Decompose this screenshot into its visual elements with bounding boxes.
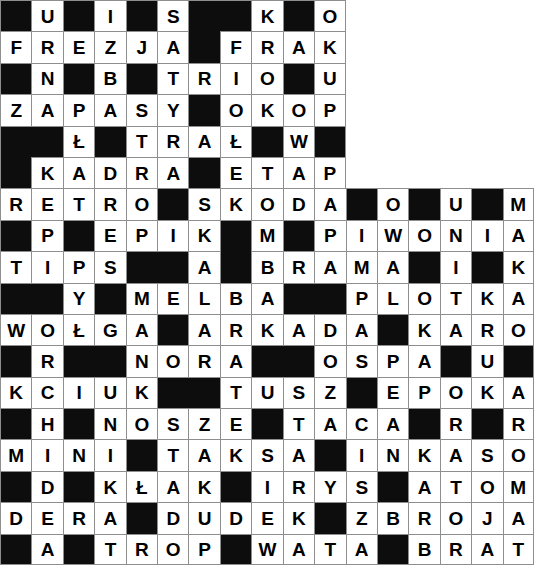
letter-cell-r9c9[interactable]: B bbox=[251, 251, 282, 282]
letter-cell-r2c11[interactable]: K bbox=[314, 31, 345, 62]
letter-cell-r15c8[interactable]: K bbox=[220, 439, 251, 470]
letter-cell-r13c13[interactable]: E bbox=[377, 377, 408, 408]
letter-cell-r10c5[interactable]: M bbox=[126, 283, 157, 314]
letter-cell-r11c4[interactable]: G bbox=[94, 314, 125, 345]
void-cell-r1c17 bbox=[503, 0, 534, 31]
letter-cell-r14c5[interactable]: O bbox=[126, 408, 157, 439]
letter-cell-r13c17[interactable]: A bbox=[503, 377, 534, 408]
letter-cell-r8c15[interactable]: N bbox=[440, 220, 471, 251]
black-cell-r15c5 bbox=[126, 439, 157, 470]
letter-cell-r9c4[interactable]: S bbox=[94, 251, 125, 282]
letter-cell-r16c11[interactable]: Y bbox=[314, 471, 345, 502]
void-cell-r1c12 bbox=[346, 0, 377, 31]
void-cell-r6c17 bbox=[503, 157, 534, 188]
black-cell-r18c13 bbox=[377, 534, 408, 565]
letter-cell-r18c5[interactable]: R bbox=[126, 534, 157, 565]
letter-cell-r11c5[interactable]: A bbox=[126, 314, 157, 345]
letter-cell-r11c10[interactable]: A bbox=[283, 314, 314, 345]
letter-cell-r1c4[interactable]: I bbox=[94, 0, 125, 31]
letter-cell-r14c6[interactable]: S bbox=[157, 408, 188, 439]
letter-cell-r13c4[interactable]: U bbox=[94, 377, 125, 408]
black-cell-r11c13 bbox=[377, 314, 408, 345]
letter-cell-r8c9[interactable]: M bbox=[251, 220, 282, 251]
letter-cell-r18c6[interactable]: O bbox=[157, 534, 188, 565]
letter-cell-r13c9[interactable]: U bbox=[251, 377, 282, 408]
letter-cell-r5c6[interactable]: R bbox=[157, 126, 188, 157]
letter-cell-r6c8[interactable]: E bbox=[220, 157, 251, 188]
letter-cell-r12c2[interactable]: R bbox=[31, 345, 62, 376]
letter-cell-r18c16[interactable]: A bbox=[471, 534, 502, 565]
black-cell-r16c1 bbox=[0, 471, 31, 502]
letter-cell-r1c6[interactable]: S bbox=[157, 0, 188, 31]
black-cell-r12c10 bbox=[283, 345, 314, 376]
letter-cell-r17c15[interactable]: O bbox=[440, 502, 471, 533]
void-cell-r3c13 bbox=[377, 63, 408, 94]
letter-cell-r3c8[interactable]: I bbox=[220, 63, 251, 94]
void-cell-r1c14 bbox=[408, 0, 439, 31]
letter-cell-r14c7[interactable]: Z bbox=[188, 408, 219, 439]
letter-cell-r6c10[interactable]: A bbox=[283, 157, 314, 188]
black-cell-r1c7 bbox=[188, 0, 219, 31]
letter-cell-r17c3[interactable]: R bbox=[63, 502, 94, 533]
letter-cell-r7c15[interactable]: U bbox=[440, 188, 471, 219]
letter-cell-r12c16[interactable]: U bbox=[471, 345, 502, 376]
letter-cell-r2c9[interactable]: R bbox=[251, 31, 282, 62]
letter-cell-r9c1[interactable]: T bbox=[0, 251, 31, 282]
letter-cell-r8c5[interactable]: P bbox=[126, 220, 157, 251]
letter-cell-r18c10[interactable]: A bbox=[283, 534, 314, 565]
letter-cell-r16c17[interactable]: M bbox=[503, 471, 534, 502]
letter-cell-r7c17[interactable]: M bbox=[503, 188, 534, 219]
void-cell-r3c15 bbox=[440, 63, 471, 94]
letter-cell-r14c13[interactable]: A bbox=[377, 408, 408, 439]
letter-cell-r12c12[interactable]: S bbox=[346, 345, 377, 376]
letter-cell-r15c12[interactable]: I bbox=[346, 439, 377, 470]
black-cell-r1c1 bbox=[0, 0, 31, 31]
letter-cell-r17c14[interactable]: R bbox=[408, 502, 439, 533]
black-cell-r14c3 bbox=[63, 408, 94, 439]
letter-cell-r18c9[interactable]: W bbox=[251, 534, 282, 565]
letter-cell-r16c9[interactable]: I bbox=[251, 471, 282, 502]
void-cell-r5c12 bbox=[346, 126, 377, 157]
black-cell-r10c4 bbox=[94, 283, 125, 314]
letter-cell-r18c2[interactable]: A bbox=[31, 534, 62, 565]
black-cell-r5c1 bbox=[0, 126, 31, 157]
void-cell-r1c13 bbox=[377, 0, 408, 31]
letter-cell-r15c13[interactable]: N bbox=[377, 439, 408, 470]
letter-cell-r6c6[interactable]: A bbox=[157, 157, 188, 188]
letter-cell-r14c8[interactable]: E bbox=[220, 408, 251, 439]
letter-cell-r4c3[interactable]: P bbox=[63, 94, 94, 125]
letter-cell-r17c9[interactable]: E bbox=[251, 502, 282, 533]
letter-cell-r9c2[interactable]: I bbox=[31, 251, 62, 282]
black-cell-r7c14 bbox=[408, 188, 439, 219]
letter-cell-r8c6[interactable]: I bbox=[157, 220, 188, 251]
letter-cell-r5c5[interactable]: T bbox=[126, 126, 157, 157]
letter-cell-r16c5[interactable]: Ł bbox=[126, 471, 157, 502]
letter-cell-r11c14[interactable]: K bbox=[408, 314, 439, 345]
black-cell-r9c5 bbox=[126, 251, 157, 282]
letter-cell-r4c10[interactable]: O bbox=[283, 94, 314, 125]
letter-cell-r13c16[interactable]: K bbox=[471, 377, 502, 408]
letter-cell-r1c9[interactable]: K bbox=[251, 0, 282, 31]
letter-cell-r18c15[interactable]: R bbox=[440, 534, 471, 565]
black-cell-r7c16 bbox=[471, 188, 502, 219]
letter-cell-r6c3[interactable]: A bbox=[63, 157, 94, 188]
letter-cell-r13c14[interactable]: P bbox=[408, 377, 439, 408]
letter-cell-r3c7[interactable]: R bbox=[188, 63, 219, 94]
letter-cell-r12c5[interactable]: N bbox=[126, 345, 157, 376]
letter-cell-r9c3[interactable]: P bbox=[63, 251, 94, 282]
letter-cell-r4c5[interactable]: S bbox=[126, 94, 157, 125]
black-cell-r16c3 bbox=[63, 471, 94, 502]
letter-cell-r12c8[interactable]: A bbox=[220, 345, 251, 376]
letter-cell-r11c1[interactable]: W bbox=[0, 314, 31, 345]
letter-cell-r2c1[interactable]: F bbox=[0, 31, 31, 62]
letter-cell-r14c11[interactable]: A bbox=[314, 408, 345, 439]
letter-cell-r15c2[interactable]: I bbox=[31, 439, 62, 470]
black-cell-r3c10 bbox=[283, 63, 314, 94]
letter-cell-r14c12[interactable]: C bbox=[346, 408, 377, 439]
letter-cell-r7c1[interactable]: R bbox=[0, 188, 31, 219]
black-cell-r10c2 bbox=[31, 283, 62, 314]
letter-cell-r15c4[interactable]: I bbox=[94, 439, 125, 470]
void-cell-r4c14 bbox=[408, 94, 439, 125]
letter-cell-r6c4[interactable]: D bbox=[94, 157, 125, 188]
letter-cell-r11c12[interactable]: A bbox=[346, 314, 377, 345]
letter-cell-r9c13[interactable]: A bbox=[377, 251, 408, 282]
letter-cell-r11c9[interactable]: K bbox=[251, 314, 282, 345]
letter-cell-r12c11[interactable]: O bbox=[314, 345, 345, 376]
black-cell-r8c1 bbox=[0, 220, 31, 251]
letter-cell-r12c7[interactable]: R bbox=[188, 345, 219, 376]
letter-cell-r7c3[interactable]: T bbox=[63, 188, 94, 219]
letter-cell-r4c9[interactable]: K bbox=[251, 94, 282, 125]
letter-cell-r15c1[interactable]: M bbox=[0, 439, 31, 470]
black-cell-r13c12 bbox=[346, 377, 377, 408]
letter-cell-r9c11[interactable]: A bbox=[314, 251, 345, 282]
black-cell-r8c10 bbox=[283, 220, 314, 251]
black-cell-r6c1 bbox=[0, 157, 31, 188]
letter-cell-r15c6[interactable]: T bbox=[157, 439, 188, 470]
black-cell-r1c10 bbox=[283, 0, 314, 31]
void-cell-r2c16 bbox=[471, 31, 502, 62]
black-cell-r2c7 bbox=[188, 31, 219, 62]
letter-cell-r10c9[interactable]: A bbox=[251, 283, 282, 314]
letter-cell-r7c10[interactable]: D bbox=[283, 188, 314, 219]
black-cell-r14c14 bbox=[408, 408, 439, 439]
letter-cell-r15c3[interactable]: N bbox=[63, 439, 94, 470]
letter-cell-r2c6[interactable]: A bbox=[157, 31, 188, 62]
void-cell-r3c12 bbox=[346, 63, 377, 94]
letter-cell-r11c8[interactable]: R bbox=[220, 314, 251, 345]
black-cell-r9c14 bbox=[408, 251, 439, 282]
letter-cell-r17c16[interactable]: J bbox=[471, 502, 502, 533]
black-cell-r5c4 bbox=[94, 126, 125, 157]
letter-cell-r13c5[interactable]: K bbox=[126, 377, 157, 408]
letter-cell-r13c1[interactable]: K bbox=[0, 377, 31, 408]
letter-cell-r18c7[interactable]: P bbox=[188, 534, 219, 565]
void-cell-r5c13 bbox=[377, 126, 408, 157]
letter-cell-r7c13[interactable]: O bbox=[377, 188, 408, 219]
letter-cell-r18c17[interactable]: T bbox=[503, 534, 534, 565]
letter-cell-r15c9[interactable]: S bbox=[251, 439, 282, 470]
letter-cell-r7c7[interactable]: S bbox=[188, 188, 219, 219]
black-cell-r1c3 bbox=[63, 0, 94, 31]
letter-cell-r16c7[interactable]: K bbox=[188, 471, 219, 502]
letter-cell-r12c14[interactable]: A bbox=[408, 345, 439, 376]
letter-cell-r8c2[interactable]: P bbox=[31, 220, 62, 251]
letter-cell-r11c2[interactable]: O bbox=[31, 314, 62, 345]
void-cell-r6c13 bbox=[377, 157, 408, 188]
letter-cell-r7c8[interactable]: K bbox=[220, 188, 251, 219]
letter-cell-r5c7[interactable]: A bbox=[188, 126, 219, 157]
black-cell-r16c8 bbox=[220, 471, 251, 502]
letter-cell-r2c2[interactable]: R bbox=[31, 31, 62, 62]
letter-cell-r7c2[interactable]: E bbox=[31, 188, 62, 219]
letter-cell-r18c11[interactable]: T bbox=[314, 534, 345, 565]
letter-cell-r17c8[interactable]: D bbox=[220, 502, 251, 533]
letter-cell-r14c4[interactable]: N bbox=[94, 408, 125, 439]
letter-cell-r13c11[interactable]: Z bbox=[314, 377, 345, 408]
letter-cell-r16c16[interactable]: O bbox=[471, 471, 502, 502]
letter-cell-r11c17[interactable]: O bbox=[503, 314, 534, 345]
black-cell-r12c17 bbox=[503, 345, 534, 376]
black-cell-r10c11 bbox=[314, 283, 345, 314]
black-cell-r18c1 bbox=[0, 534, 31, 565]
void-cell-r4c15 bbox=[440, 94, 471, 125]
black-cell-r18c3 bbox=[63, 534, 94, 565]
void-cell-r4c13 bbox=[377, 94, 408, 125]
letter-cell-r7c4[interactable]: R bbox=[94, 188, 125, 219]
letter-cell-r5c8[interactable]: Ł bbox=[220, 126, 251, 157]
black-cell-r9c6 bbox=[157, 251, 188, 282]
void-cell-r2c15 bbox=[440, 31, 471, 62]
black-cell-r6c7 bbox=[188, 157, 219, 188]
letter-cell-r8c4[interactable]: E bbox=[94, 220, 125, 251]
letter-cell-r2c5[interactable]: J bbox=[126, 31, 157, 62]
black-cell-r8c3 bbox=[63, 220, 94, 251]
letter-cell-r15c17[interactable]: O bbox=[503, 439, 534, 470]
letter-cell-r10c17[interactable]: A bbox=[503, 283, 534, 314]
letter-cell-r2c8[interactable]: F bbox=[220, 31, 251, 62]
letter-cell-r6c2[interactable]: K bbox=[31, 157, 62, 188]
letter-cell-r10c3[interactable]: Y bbox=[63, 283, 94, 314]
letter-cell-r8c16[interactable]: I bbox=[471, 220, 502, 251]
letter-cell-r11c16[interactable]: R bbox=[471, 314, 502, 345]
letter-cell-r16c12[interactable]: S bbox=[346, 471, 377, 502]
letter-cell-r16c15[interactable]: T bbox=[440, 471, 471, 502]
black-cell-r10c10 bbox=[283, 283, 314, 314]
black-cell-r12c4 bbox=[94, 345, 125, 376]
letter-cell-r10c13[interactable]: L bbox=[377, 283, 408, 314]
letter-cell-r2c3[interactable]: E bbox=[63, 31, 94, 62]
black-cell-r9c8 bbox=[220, 251, 251, 282]
letter-cell-r15c15[interactable]: A bbox=[440, 439, 471, 470]
black-cell-r14c9 bbox=[251, 408, 282, 439]
letter-cell-r11c7[interactable]: A bbox=[188, 314, 219, 345]
letter-cell-r8c12[interactable]: I bbox=[346, 220, 377, 251]
letter-cell-r3c9[interactable]: O bbox=[251, 63, 282, 94]
letter-cell-r6c9[interactable]: T bbox=[251, 157, 282, 188]
letter-cell-r18c12[interactable]: A bbox=[346, 534, 377, 565]
letter-cell-r8c7[interactable]: K bbox=[188, 220, 219, 251]
letter-cell-r11c15[interactable]: A bbox=[440, 314, 471, 345]
letter-cell-r16c4[interactable]: K bbox=[94, 471, 125, 502]
letter-cell-r3c11[interactable]: U bbox=[314, 63, 345, 94]
letter-cell-r17c17[interactable]: A bbox=[503, 502, 534, 533]
letter-cell-r10c7[interactable]: L bbox=[188, 283, 219, 314]
letter-cell-r3c4[interactable]: B bbox=[94, 63, 125, 94]
black-cell-r5c9 bbox=[251, 126, 282, 157]
letter-cell-r4c11[interactable]: P bbox=[314, 94, 345, 125]
letter-cell-r9c10[interactable]: R bbox=[283, 251, 314, 282]
letter-cell-r17c4[interactable]: A bbox=[94, 502, 125, 533]
letter-cell-r15c14[interactable]: K bbox=[408, 439, 439, 470]
letter-cell-r16c14[interactable]: A bbox=[408, 471, 439, 502]
black-cell-r3c1 bbox=[0, 63, 31, 94]
letter-cell-r15c10[interactable]: A bbox=[283, 439, 314, 470]
letter-cell-r3c2[interactable]: N bbox=[31, 63, 62, 94]
letter-cell-r10c12[interactable]: P bbox=[346, 283, 377, 314]
letter-cell-r2c4[interactable]: Z bbox=[94, 31, 125, 62]
letter-cell-r9c17[interactable]: K bbox=[503, 251, 534, 282]
crossword-grid: UISKOFREZJAFRAKNBTRIOUZAPASYOKOPŁTRAŁWKA… bbox=[0, 0, 534, 565]
letter-cell-r5c3[interactable]: Ł bbox=[63, 126, 94, 157]
black-cell-r9c16 bbox=[471, 251, 502, 282]
black-cell-r12c9 bbox=[251, 345, 282, 376]
letter-cell-r13c8[interactable]: T bbox=[220, 377, 251, 408]
black-cell-r14c16 bbox=[471, 408, 502, 439]
letter-cell-r17c1[interactable]: D bbox=[0, 502, 31, 533]
letter-cell-r4c6[interactable]: Y bbox=[157, 94, 188, 125]
black-cell-r3c3 bbox=[63, 63, 94, 94]
letter-cell-r17c12[interactable]: Z bbox=[346, 502, 377, 533]
black-cell-r8c8 bbox=[220, 220, 251, 251]
void-cell-r1c16 bbox=[471, 0, 502, 31]
void-cell-r4c17 bbox=[503, 94, 534, 125]
letter-cell-r16c10[interactable]: R bbox=[283, 471, 314, 502]
letter-cell-r7c9[interactable]: O bbox=[251, 188, 282, 219]
letter-cell-r11c11[interactable]: D bbox=[314, 314, 345, 345]
letter-cell-r3c6[interactable]: T bbox=[157, 63, 188, 94]
letter-cell-r10c6[interactable]: E bbox=[157, 283, 188, 314]
letter-cell-r1c2[interactable]: U bbox=[31, 0, 62, 31]
letter-cell-r8c11[interactable]: P bbox=[314, 220, 345, 251]
letter-cell-r7c11[interactable]: A bbox=[314, 188, 345, 219]
letter-cell-r8c13[interactable]: W bbox=[377, 220, 408, 251]
void-cell-r6c16 bbox=[471, 157, 502, 188]
letter-cell-r17c6[interactable]: D bbox=[157, 502, 188, 533]
letter-cell-r17c10[interactable]: K bbox=[283, 502, 314, 533]
void-cell-r5c15 bbox=[440, 126, 471, 157]
void-cell-r3c16 bbox=[471, 63, 502, 94]
letter-cell-r13c15[interactable]: O bbox=[440, 377, 471, 408]
letter-cell-r17c2[interactable]: E bbox=[31, 502, 62, 533]
void-cell-r5c17 bbox=[503, 126, 534, 157]
letter-cell-r15c16[interactable]: S bbox=[471, 439, 502, 470]
letter-cell-r13c10[interactable]: S bbox=[283, 377, 314, 408]
black-cell-r3c5 bbox=[126, 63, 157, 94]
black-cell-r18c8 bbox=[220, 534, 251, 565]
letter-cell-r7c5[interactable]: O bbox=[126, 188, 157, 219]
black-cell-r13c6 bbox=[157, 377, 188, 408]
letter-cell-r13c2[interactable]: C bbox=[31, 377, 62, 408]
letter-cell-r2c10[interactable]: A bbox=[283, 31, 314, 62]
letter-cell-r12c6[interactable]: O bbox=[157, 345, 188, 376]
letter-cell-r8c14[interactable]: O bbox=[408, 220, 439, 251]
black-cell-r17c5 bbox=[126, 502, 157, 533]
letter-cell-r6c5[interactable]: R bbox=[126, 157, 157, 188]
letter-cell-r14c10[interactable]: T bbox=[283, 408, 314, 439]
void-cell-r6c12 bbox=[346, 157, 377, 188]
letter-cell-r9c15[interactable]: I bbox=[440, 251, 471, 282]
letter-cell-r18c4[interactable]: T bbox=[94, 534, 125, 565]
letter-cell-r10c14[interactable]: O bbox=[408, 283, 439, 314]
void-cell-r2c17 bbox=[503, 31, 534, 62]
letter-cell-r14c2[interactable]: H bbox=[31, 408, 62, 439]
letter-cell-r14c15[interactable]: R bbox=[440, 408, 471, 439]
void-cell-r3c14 bbox=[408, 63, 439, 94]
letter-cell-r4c8[interactable]: O bbox=[220, 94, 251, 125]
black-cell-r7c12 bbox=[346, 188, 377, 219]
black-cell-r5c11 bbox=[314, 126, 345, 157]
letter-cell-r6c11[interactable]: P bbox=[314, 157, 345, 188]
black-cell-r5c2 bbox=[31, 126, 62, 157]
void-cell-r4c12 bbox=[346, 94, 377, 125]
void-cell-r1c15 bbox=[440, 0, 471, 31]
black-cell-r17c11 bbox=[314, 502, 345, 533]
letter-cell-r13c3[interactable]: I bbox=[63, 377, 94, 408]
void-cell-r5c14 bbox=[408, 126, 439, 157]
letter-cell-r4c2[interactable]: A bbox=[31, 94, 62, 125]
letter-cell-r14c17[interactable]: R bbox=[503, 408, 534, 439]
letter-cell-r15c7[interactable]: A bbox=[188, 439, 219, 470]
letter-cell-r10c16[interactable]: K bbox=[471, 283, 502, 314]
black-cell-r12c15 bbox=[440, 345, 471, 376]
letter-cell-r16c2[interactable]: D bbox=[31, 471, 62, 502]
void-cell-r2c14 bbox=[408, 31, 439, 62]
letter-cell-r16c6[interactable]: A bbox=[157, 471, 188, 502]
black-cell-r7c6 bbox=[157, 188, 188, 219]
letter-cell-r18c14[interactable]: B bbox=[408, 534, 439, 565]
letter-cell-r1c11[interactable]: O bbox=[314, 0, 345, 31]
letter-cell-r11c3[interactable]: Ł bbox=[63, 314, 94, 345]
void-cell-r3c17 bbox=[503, 63, 534, 94]
letter-cell-r10c8[interactable]: B bbox=[220, 283, 251, 314]
black-cell-r16c13 bbox=[377, 471, 408, 502]
black-cell-r13c7 bbox=[188, 377, 219, 408]
void-cell-r2c13 bbox=[377, 31, 408, 62]
letter-cell-r10c15[interactable]: T bbox=[440, 283, 471, 314]
void-cell-r5c16 bbox=[471, 126, 502, 157]
letter-cell-r5c10[interactable]: W bbox=[283, 126, 314, 157]
letter-cell-r17c13[interactable]: B bbox=[377, 502, 408, 533]
black-cell-r10c1 bbox=[0, 283, 31, 314]
letter-cell-r12c13[interactable]: P bbox=[377, 345, 408, 376]
black-cell-r4c7 bbox=[188, 94, 219, 125]
letter-cell-r4c4[interactable]: A bbox=[94, 94, 125, 125]
letter-cell-r17c7[interactable]: U bbox=[188, 502, 219, 533]
black-cell-r11c6 bbox=[157, 314, 188, 345]
black-cell-r15c11 bbox=[314, 439, 345, 470]
letter-cell-r4c1[interactable]: Z bbox=[0, 94, 31, 125]
black-cell-r14c1 bbox=[0, 408, 31, 439]
black-cell-r12c3 bbox=[63, 345, 94, 376]
letter-cell-r8c17[interactable]: A bbox=[503, 220, 534, 251]
letter-cell-r9c12[interactable]: M bbox=[346, 251, 377, 282]
letter-cell-r9c7[interactable]: A bbox=[188, 251, 219, 282]
